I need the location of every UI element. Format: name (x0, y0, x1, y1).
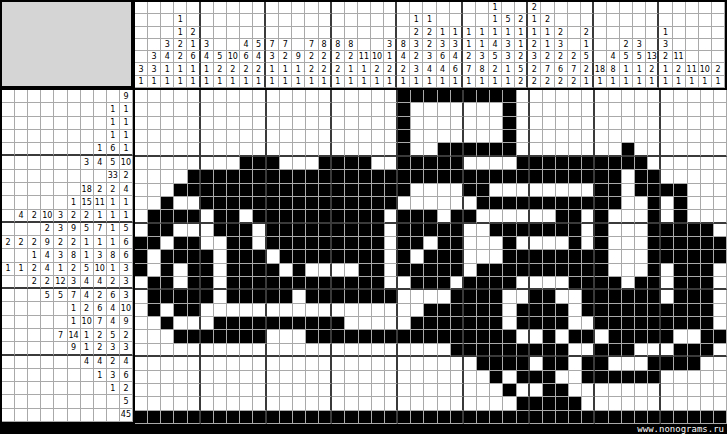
grid-cell-filled[interactable] (543, 224, 556, 237)
grid-cell-empty[interactable] (688, 371, 701, 384)
grid-cell-empty[interactable] (214, 237, 227, 250)
grid-cell-filled[interactable] (332, 290, 345, 303)
grid-cell-empty[interactable] (674, 90, 687, 103)
grid-cell-filled[interactable] (332, 250, 345, 263)
grid-cell-filled[interactable] (345, 224, 358, 237)
grid-cell-empty[interactable] (227, 130, 240, 143)
grid-cell-empty[interactable] (477, 103, 490, 116)
grid-cell-empty[interactable] (582, 317, 595, 330)
grid-cell-empty[interactable] (464, 157, 477, 170)
grid-cell-empty[interactable] (438, 130, 451, 143)
grid-cell-empty[interactable] (306, 384, 319, 397)
grid-cell-empty[interactable] (438, 344, 451, 357)
grid-cell-filled[interactable] (240, 170, 253, 183)
grid-cell-filled[interactable] (280, 250, 293, 263)
grid-cell-empty[interactable] (135, 384, 148, 397)
grid-cell-filled[interactable] (201, 170, 214, 183)
grid-cell-empty[interactable] (306, 103, 319, 116)
grid-cell-filled[interactable] (227, 317, 240, 330)
grid-cell-empty[interactable] (490, 117, 503, 130)
grid-cell-filled[interactable] (280, 184, 293, 197)
grid-cell-empty[interactable] (674, 157, 687, 170)
grid-cell-empty[interactable] (714, 103, 727, 116)
grid-cell-empty[interactable] (319, 384, 332, 397)
grid-cell-empty[interactable] (332, 117, 345, 130)
grid-cell-empty[interactable] (293, 117, 306, 130)
grid-cell-empty[interactable] (688, 184, 701, 197)
grid-cell-empty[interactable] (701, 397, 714, 410)
grid-cell-filled[interactable] (135, 264, 148, 277)
grid-cell-empty[interactable] (385, 397, 398, 410)
grid-cell-empty[interactable] (280, 384, 293, 397)
grid-cell-filled[interactable] (411, 330, 424, 343)
grid-cell-filled[interactable] (595, 237, 608, 250)
grid-cell-empty[interactable] (517, 237, 530, 250)
grid-cell-filled[interactable] (477, 411, 490, 424)
grid-cell-filled[interactable] (319, 170, 332, 183)
grid-cell-empty[interactable] (595, 103, 608, 116)
grid-cell-filled[interactable] (569, 250, 582, 263)
grid-cell-empty[interactable] (161, 371, 174, 384)
grid-cell-empty[interactable] (464, 103, 477, 116)
grid-cell-empty[interactable] (477, 117, 490, 130)
grid-cell-filled[interactable] (201, 264, 214, 277)
grid-cell-filled[interactable] (609, 290, 622, 303)
grid-cell-filled[interactable] (582, 157, 595, 170)
grid-cell-empty[interactable] (477, 130, 490, 143)
grid-cell-empty[interactable] (267, 250, 280, 263)
grid-cell-filled[interactable] (280, 237, 293, 250)
grid-cell-filled[interactable] (148, 277, 161, 290)
grid-cell-filled[interactable] (359, 170, 372, 183)
grid-cell-empty[interactable] (161, 304, 174, 317)
grid-cell-filled[interactable] (648, 210, 661, 223)
grid-cell-empty[interactable] (556, 130, 569, 143)
grid-cell-empty[interactable] (240, 384, 253, 397)
grid-cell-empty[interactable] (411, 344, 424, 357)
grid-cell-empty[interactable] (227, 344, 240, 357)
grid-cell-empty[interactable] (345, 103, 358, 116)
grid-cell-empty[interactable] (424, 397, 437, 410)
grid-cell-filled[interactable] (648, 184, 661, 197)
grid-cell-filled[interactable] (306, 224, 319, 237)
grid-cell-empty[interactable] (517, 277, 530, 290)
grid-cell-filled[interactable] (319, 210, 332, 223)
grid-cell-empty[interactable] (714, 317, 727, 330)
grid-cell-empty[interactable] (569, 384, 582, 397)
grid-cell-filled[interactable] (688, 224, 701, 237)
grid-cell-filled[interactable] (135, 250, 148, 263)
grid-cell-empty[interactable] (188, 143, 201, 156)
grid-cell-filled[interactable] (622, 371, 635, 384)
grid-cell-empty[interactable] (411, 357, 424, 370)
grid-cell-filled[interactable] (714, 250, 727, 263)
grid-cell-empty[interactable] (543, 184, 556, 197)
grid-cell-empty[interactable] (582, 90, 595, 103)
grid-cell-empty[interactable] (161, 90, 174, 103)
grid-cell-filled[interactable] (188, 304, 201, 317)
grid-cell-filled[interactable] (688, 357, 701, 370)
grid-cell-empty[interactable] (701, 371, 714, 384)
grid-cell-empty[interactable] (661, 117, 674, 130)
grid-cell-empty[interactable] (490, 397, 503, 410)
grid-cell-empty[interactable] (161, 143, 174, 156)
grid-cell-filled[interactable] (174, 304, 187, 317)
grid-cell-empty[interactable] (359, 103, 372, 116)
grid-cell-filled[interactable] (398, 411, 411, 424)
grid-cell-filled[interactable] (595, 224, 608, 237)
grid-cell-empty[interactable] (661, 143, 674, 156)
grid-cell-filled[interactable] (543, 397, 556, 410)
grid-cell-filled[interactable] (556, 357, 569, 370)
grid-cell-empty[interactable] (385, 277, 398, 290)
grid-cell-empty[interactable] (372, 304, 385, 317)
grid-cell-empty[interactable] (438, 210, 451, 223)
grid-cell-empty[interactable] (398, 304, 411, 317)
grid-cell-filled[interactable] (648, 237, 661, 250)
grid-cell-empty[interactable] (240, 90, 253, 103)
grid-cell-empty[interactable] (385, 130, 398, 143)
grid-cell-empty[interactable] (661, 290, 674, 303)
grid-cell-empty[interactable] (293, 90, 306, 103)
grid-cell-filled[interactable] (319, 197, 332, 210)
grid-cell-filled[interactable] (240, 290, 253, 303)
grid-cell-filled[interactable] (517, 157, 530, 170)
grid-cell-empty[interactable] (174, 103, 187, 116)
grid-cell-empty[interactable] (214, 277, 227, 290)
grid-cell-empty[interactable] (661, 264, 674, 277)
grid-cell-filled[interactable] (398, 90, 411, 103)
grid-cell-filled[interactable] (714, 411, 727, 424)
grid-cell-filled[interactable] (148, 411, 161, 424)
grid-cell-empty[interactable] (569, 143, 582, 156)
grid-cell-filled[interactable] (267, 317, 280, 330)
grid-cell-empty[interactable] (280, 397, 293, 410)
grid-cell-filled[interactable] (648, 371, 661, 384)
grid-cell-empty[interactable] (306, 157, 319, 170)
grid-cell-empty[interactable] (227, 384, 240, 397)
grid-cell-empty[interactable] (293, 397, 306, 410)
grid-cell-empty[interactable] (135, 371, 148, 384)
grid-cell-empty[interactable] (372, 130, 385, 143)
grid-cell-filled[interactable] (319, 157, 332, 170)
grid-cell-empty[interactable] (714, 277, 727, 290)
grid-cell-empty[interactable] (438, 384, 451, 397)
grid-cell-filled[interactable] (240, 411, 253, 424)
grid-cell-empty[interactable] (345, 143, 358, 156)
grid-cell-empty[interactable] (517, 103, 530, 116)
grid-cell-empty[interactable] (267, 397, 280, 410)
grid-cell-empty[interactable] (714, 264, 727, 277)
grid-cell-filled[interactable] (161, 210, 174, 223)
grid-cell-empty[interactable] (214, 371, 227, 384)
grid-cell-filled[interactable] (267, 197, 280, 210)
grid-cell-empty[interactable] (635, 143, 648, 156)
grid-cell-filled[interactable] (424, 224, 437, 237)
grid-cell-filled[interactable] (582, 290, 595, 303)
grid-cell-filled[interactable] (464, 411, 477, 424)
grid-cell-empty[interactable] (148, 130, 161, 143)
grid-cell-filled[interactable] (688, 317, 701, 330)
grid-cell-empty[interactable] (438, 184, 451, 197)
grid-cell-empty[interactable] (503, 397, 516, 410)
grid-cell-empty[interactable] (661, 170, 674, 183)
grid-cell-filled[interactable] (240, 264, 253, 277)
grid-cell-empty[interactable] (267, 344, 280, 357)
grid-cell-filled[interactable] (188, 170, 201, 183)
grid-cell-empty[interactable] (411, 197, 424, 210)
grid-cell-empty[interactable] (267, 117, 280, 130)
grid-cell-filled[interactable] (161, 264, 174, 277)
grid-cell-filled[interactable] (359, 237, 372, 250)
grid-cell-empty[interactable] (227, 143, 240, 156)
grid-cell-filled[interactable] (188, 250, 201, 263)
grid-cell-filled[interactable] (661, 250, 674, 263)
grid-cell-empty[interactable] (674, 384, 687, 397)
grid-cell-filled[interactable] (385, 170, 398, 183)
grid-cell-empty[interactable] (188, 197, 201, 210)
grid-cell-empty[interactable] (674, 170, 687, 183)
grid-cell-filled[interactable] (595, 411, 608, 424)
grid-cell-filled[interactable] (148, 210, 161, 223)
grid-cell-empty[interactable] (503, 184, 516, 197)
grid-cell-empty[interactable] (174, 224, 187, 237)
grid-cell-empty[interactable] (503, 371, 516, 384)
grid-cell-empty[interactable] (622, 237, 635, 250)
grid-cell-filled[interactable] (569, 397, 582, 410)
grid-cell-filled[interactable] (306, 237, 319, 250)
grid-cell-empty[interactable] (543, 117, 556, 130)
grid-cell-empty[interactable] (253, 130, 266, 143)
grid-cell-filled[interactable] (622, 317, 635, 330)
grid-cell-filled[interactable] (306, 210, 319, 223)
grid-cell-filled[interactable] (464, 330, 477, 343)
grid-cell-filled[interactable] (332, 224, 345, 237)
grid-cell-filled[interactable] (411, 317, 424, 330)
grid-cell-empty[interactable] (148, 344, 161, 357)
grid-cell-empty[interactable] (385, 371, 398, 384)
grid-cell-empty[interactable] (253, 384, 266, 397)
grid-cell-empty[interactable] (701, 210, 714, 223)
grid-cell-empty[interactable] (688, 330, 701, 343)
grid-cell-empty[interactable] (240, 117, 253, 130)
grid-cell-filled[interactable] (411, 157, 424, 170)
grid-cell-empty[interactable] (253, 237, 266, 250)
grid-cell-empty[interactable] (477, 157, 490, 170)
grid-cell-filled[interactable] (161, 197, 174, 210)
grid-cell-empty[interactable] (556, 184, 569, 197)
grid-cell-filled[interactable] (188, 411, 201, 424)
grid-cell-empty[interactable] (359, 397, 372, 410)
grid-cell-filled[interactable] (293, 317, 306, 330)
grid-cell-filled[interactable] (398, 170, 411, 183)
grid-cell-empty[interactable] (556, 277, 569, 290)
grid-cell-filled[interactable] (227, 330, 240, 343)
grid-cell-empty[interactable] (240, 397, 253, 410)
grid-cell-empty[interactable] (464, 264, 477, 277)
grid-cell-filled[interactable] (674, 290, 687, 303)
grid-cell-empty[interactable] (411, 143, 424, 156)
grid-cell-empty[interactable] (227, 90, 240, 103)
grid-cell-empty[interactable] (530, 117, 543, 130)
grid-cell-filled[interactable] (306, 330, 319, 343)
grid-cell-empty[interactable] (135, 103, 148, 116)
grid-cell-filled[interactable] (385, 411, 398, 424)
grid-cell-filled[interactable] (609, 330, 622, 343)
grid-cell-filled[interactable] (648, 290, 661, 303)
grid-cell-empty[interactable] (438, 117, 451, 130)
grid-cell-empty[interactable] (227, 397, 240, 410)
grid-cell-empty[interactable] (398, 397, 411, 410)
grid-cell-empty[interactable] (148, 371, 161, 384)
grid-cell-filled[interactable] (372, 197, 385, 210)
grid-cell-empty[interactable] (530, 277, 543, 290)
grid-cell-filled[interactable] (267, 277, 280, 290)
grid-cell-empty[interactable] (438, 103, 451, 116)
grid-cell-empty[interactable] (569, 90, 582, 103)
grid-cell-empty[interactable] (503, 304, 516, 317)
grid-cell-filled[interactable] (201, 411, 214, 424)
grid-cell-filled[interactable] (595, 277, 608, 290)
grid-cell-empty[interactable] (674, 397, 687, 410)
grid-cell-empty[interactable] (438, 371, 451, 384)
grid-cell-empty[interactable] (701, 157, 714, 170)
grid-cell-filled[interactable] (227, 411, 240, 424)
grid-cell-empty[interactable] (135, 90, 148, 103)
grid-cell-filled[interactable] (714, 330, 727, 343)
grid-cell-empty[interactable] (424, 197, 437, 210)
grid-cell-filled[interactable] (530, 317, 543, 330)
grid-cell-filled[interactable] (688, 264, 701, 277)
grid-cell-empty[interactable] (332, 264, 345, 277)
grid-cell-empty[interactable] (517, 184, 530, 197)
grid-cell-filled[interactable] (306, 184, 319, 197)
grid-cell-empty[interactable] (319, 103, 332, 116)
grid-cell-filled[interactable] (201, 250, 214, 263)
grid-cell-filled[interactable] (227, 250, 240, 263)
grid-cell-filled[interactable] (253, 264, 266, 277)
grid-cell-filled[interactable] (609, 197, 622, 210)
grid-cell-empty[interactable] (543, 130, 556, 143)
grid-cell-filled[interactable] (359, 157, 372, 170)
grid-cell-empty[interactable] (622, 130, 635, 143)
grid-cell-empty[interactable] (359, 90, 372, 103)
grid-cell-filled[interactable] (701, 224, 714, 237)
grid-cell-filled[interactable] (227, 184, 240, 197)
grid-cell-empty[interactable] (411, 290, 424, 303)
grid-cell-filled[interactable] (543, 411, 556, 424)
grid-cell-empty[interactable] (293, 304, 306, 317)
grid-cell-filled[interactable] (543, 264, 556, 277)
grid-cell-empty[interactable] (464, 197, 477, 210)
grid-cell-empty[interactable] (701, 357, 714, 370)
grid-cell-empty[interactable] (595, 90, 608, 103)
grid-cell-empty[interactable] (240, 357, 253, 370)
grid-cell-filled[interactable] (359, 197, 372, 210)
grid-cell-filled[interactable] (398, 157, 411, 170)
grid-cell-filled[interactable] (661, 224, 674, 237)
grid-cell-filled[interactable] (477, 330, 490, 343)
grid-cell-filled[interactable] (530, 344, 543, 357)
grid-cell-empty[interactable] (188, 384, 201, 397)
grid-cell-filled[interactable] (451, 237, 464, 250)
grid-cell-empty[interactable] (464, 371, 477, 384)
grid-cell-empty[interactable] (332, 397, 345, 410)
grid-cell-empty[interactable] (306, 304, 319, 317)
grid-cell-empty[interactable] (635, 90, 648, 103)
grid-cell-filled[interactable] (214, 330, 227, 343)
grid-cell-empty[interactable] (174, 317, 187, 330)
grid-cell-empty[interactable] (635, 197, 648, 210)
grid-cell-empty[interactable] (188, 103, 201, 116)
grid-cell-filled[interactable] (240, 317, 253, 330)
grid-cell-empty[interactable] (714, 130, 727, 143)
grid-cell-empty[interactable] (174, 157, 187, 170)
grid-cell-filled[interactable] (253, 330, 266, 343)
grid-cell-empty[interactable] (609, 384, 622, 397)
grid-cell-filled[interactable] (674, 264, 687, 277)
grid-cell-empty[interactable] (135, 330, 148, 343)
grid-cell-filled[interactable] (701, 411, 714, 424)
grid-cell-empty[interactable] (517, 210, 530, 223)
grid-cell-filled[interactable] (701, 330, 714, 343)
grid-cell-filled[interactable] (451, 170, 464, 183)
grid-cell-empty[interactable] (701, 384, 714, 397)
grid-cell-empty[interactable] (319, 90, 332, 103)
grid-cell-filled[interactable] (411, 90, 424, 103)
grid-cell-filled[interactable] (372, 411, 385, 424)
grid-cell-empty[interactable] (569, 184, 582, 197)
grid-cell-empty[interactable] (385, 384, 398, 397)
grid-cell-filled[interactable] (372, 224, 385, 237)
grid-cell-empty[interactable] (424, 237, 437, 250)
grid-cell-filled[interactable] (661, 237, 674, 250)
grid-cell-empty[interactable] (595, 117, 608, 130)
grid-cell-filled[interactable] (661, 304, 674, 317)
grid-cell-empty[interactable] (148, 384, 161, 397)
grid-cell-empty[interactable] (372, 103, 385, 116)
grid-cell-filled[interactable] (477, 304, 490, 317)
grid-cell-filled[interactable] (582, 411, 595, 424)
grid-cell-filled[interactable] (609, 277, 622, 290)
grid-cell-filled[interactable] (398, 143, 411, 156)
grid-cell-filled[interactable] (661, 184, 674, 197)
grid-cell-empty[interactable] (214, 90, 227, 103)
grid-cell-empty[interactable] (661, 397, 674, 410)
grid-cell-filled[interactable] (306, 250, 319, 263)
grid-cell-filled[interactable] (609, 157, 622, 170)
grid-cell-filled[interactable] (214, 210, 227, 223)
grid-cell-filled[interactable] (648, 304, 661, 317)
grid-cell-empty[interactable] (517, 117, 530, 130)
grid-cell-empty[interactable] (424, 103, 437, 116)
grid-cell-empty[interactable] (372, 357, 385, 370)
grid-cell-empty[interactable] (714, 224, 727, 237)
grid-cell-empty[interactable] (609, 103, 622, 116)
grid-cell-filled[interactable] (306, 170, 319, 183)
grid-cell-empty[interactable] (424, 130, 437, 143)
grid-cell-filled[interactable] (438, 170, 451, 183)
grid-cell-filled[interactable] (648, 197, 661, 210)
grid-cell-filled[interactable] (438, 90, 451, 103)
grid-cell-empty[interactable] (477, 224, 490, 237)
grid-cell-empty[interactable] (635, 117, 648, 130)
grid-cell-filled[interactable] (556, 157, 569, 170)
grid-cell-filled[interactable] (240, 330, 253, 343)
grid-cell-empty[interactable] (569, 371, 582, 384)
grid-cell-empty[interactable] (569, 130, 582, 143)
grid-cell-empty[interactable] (214, 357, 227, 370)
